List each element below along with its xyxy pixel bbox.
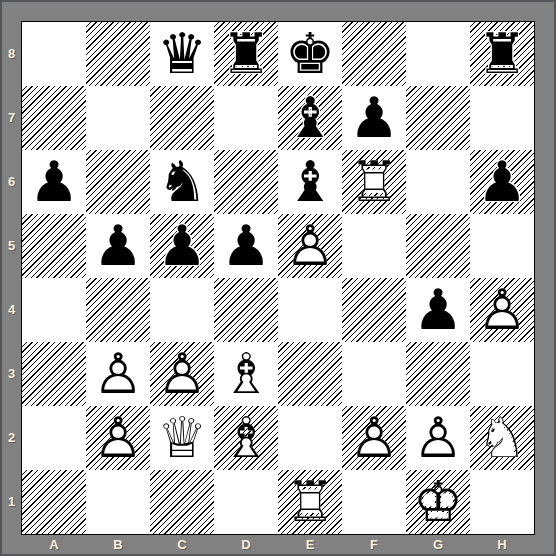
square-e1[interactable]: ♜♖	[278, 470, 342, 534]
square-b1[interactable]	[86, 470, 150, 534]
square-f6[interactable]: ♜♖	[342, 150, 406, 214]
piece-black-pawn-d5[interactable]: ♟	[214, 214, 278, 278]
piece-outline: ♙	[278, 214, 342, 278]
piece-white-bishop-d3[interactable]: ♝♗	[214, 342, 278, 406]
square-c6[interactable]: ♞	[150, 150, 214, 214]
square-c5[interactable]: ♟	[150, 214, 214, 278]
square-g8[interactable]	[406, 22, 470, 86]
square-h4[interactable]: ♟♙	[470, 278, 534, 342]
square-h1[interactable]	[470, 470, 534, 534]
square-e5[interactable]: ♟♙	[278, 214, 342, 278]
rank-label-5: 5	[2, 214, 21, 278]
piece-black-queen-c8[interactable]: ♛	[150, 22, 214, 86]
square-a1[interactable]	[22, 470, 86, 534]
chess-board-frame: ♛♜♚♜♝♟♟♞♝♜♖♟♟♟♟♟♙♟♟♙♟♙♟♙♝♗♟♙♛♕♝♗♟♙♟♙♞♘♜♖…	[0, 0, 556, 556]
square-f4[interactable]	[342, 278, 406, 342]
piece-white-bishop-d2[interactable]: ♝♗	[214, 406, 278, 470]
piece-black-pawn-f7[interactable]: ♟	[342, 86, 406, 150]
file-label-h: H	[470, 535, 534, 554]
piece-outline: ♙	[342, 406, 406, 470]
square-c3[interactable]: ♟♙	[150, 342, 214, 406]
piece-black-bishop-e6[interactable]: ♝	[278, 150, 342, 214]
square-b8[interactable]	[86, 22, 150, 86]
square-d6[interactable]	[214, 150, 278, 214]
piece-black-rook-d8[interactable]: ♜	[214, 22, 278, 86]
square-b2[interactable]: ♟♙	[86, 406, 150, 470]
square-e2[interactable]	[278, 406, 342, 470]
piece-outline: ♙	[470, 278, 534, 342]
rank-label-7: 7	[2, 86, 21, 150]
square-a5[interactable]	[22, 214, 86, 278]
square-f8[interactable]	[342, 22, 406, 86]
square-b5[interactable]: ♟	[86, 214, 150, 278]
square-e7[interactable]: ♝	[278, 86, 342, 150]
square-g5[interactable]	[406, 214, 470, 278]
file-label-c: C	[150, 535, 214, 554]
piece-outline: ♔	[406, 470, 470, 534]
piece-white-rook-e1[interactable]: ♜♖	[278, 470, 342, 534]
square-d8[interactable]: ♜	[214, 22, 278, 86]
piece-outline: ♙	[150, 342, 214, 406]
square-f2[interactable]: ♟♙	[342, 406, 406, 470]
square-f7[interactable]: ♟	[342, 86, 406, 150]
square-b4[interactable]	[86, 278, 150, 342]
square-h5[interactable]	[470, 214, 534, 278]
rank-label-1: 1	[2, 470, 21, 534]
square-d4[interactable]	[214, 278, 278, 342]
piece-black-pawn-h6[interactable]: ♟	[470, 150, 534, 214]
piece-white-rook-f6[interactable]: ♜♖	[342, 150, 406, 214]
piece-outline: ♗	[214, 342, 278, 406]
piece-black-pawn-a6[interactable]: ♟	[22, 150, 86, 214]
square-g4[interactable]: ♟	[406, 278, 470, 342]
square-b3[interactable]: ♟♙	[86, 342, 150, 406]
chess-board: ♛♜♚♜♝♟♟♞♝♜♖♟♟♟♟♟♙♟♟♙♟♙♟♙♝♗♟♙♛♕♝♗♟♙♟♙♞♘♜♖…	[21, 21, 535, 535]
square-b6[interactable]	[86, 150, 150, 214]
square-h8[interactable]: ♜	[470, 22, 534, 86]
piece-black-king-e8[interactable]: ♚	[278, 22, 342, 86]
piece-outline: ♕	[150, 406, 214, 470]
square-h3[interactable]	[470, 342, 534, 406]
piece-black-pawn-b5[interactable]: ♟	[86, 214, 150, 278]
file-label-f: F	[342, 535, 406, 554]
piece-white-pawn-c3[interactable]: ♟♙	[150, 342, 214, 406]
square-c1[interactable]	[150, 470, 214, 534]
square-g3[interactable]	[406, 342, 470, 406]
square-g6[interactable]	[406, 150, 470, 214]
file-label-e: E	[278, 535, 342, 554]
square-e4[interactable]	[278, 278, 342, 342]
square-f5[interactable]	[342, 214, 406, 278]
file-label-g: G	[406, 535, 470, 554]
piece-outline: ♙	[86, 406, 150, 470]
square-c4[interactable]	[150, 278, 214, 342]
piece-white-pawn-h4[interactable]: ♟♙	[470, 278, 534, 342]
square-a8[interactable]	[22, 22, 86, 86]
square-h6[interactable]: ♟	[470, 150, 534, 214]
piece-outline: ♖	[278, 470, 342, 534]
piece-black-pawn-g4[interactable]: ♟	[406, 278, 470, 342]
piece-outline: ♘	[470, 406, 534, 470]
square-e3[interactable]	[278, 342, 342, 406]
square-h2[interactable]: ♞♘	[470, 406, 534, 470]
square-a6[interactable]: ♟	[22, 150, 86, 214]
rank-label-2: 2	[2, 406, 21, 470]
piece-white-king-g1[interactable]: ♚♔	[406, 470, 470, 534]
square-h7[interactable]	[470, 86, 534, 150]
square-a7[interactable]	[22, 86, 86, 150]
piece-white-pawn-b2[interactable]: ♟♙	[86, 406, 150, 470]
square-d5[interactable]: ♟	[214, 214, 278, 278]
square-a4[interactable]	[22, 278, 86, 342]
piece-white-pawn-b3[interactable]: ♟♙	[86, 342, 150, 406]
rank-label-8: 8	[2, 22, 21, 86]
square-e8[interactable]: ♚	[278, 22, 342, 86]
piece-white-pawn-e5[interactable]: ♟♙	[278, 214, 342, 278]
square-b7[interactable]	[86, 86, 150, 150]
rank-label-3: 3	[2, 342, 21, 406]
square-d7[interactable]	[214, 86, 278, 150]
piece-outline: ♙	[406, 406, 470, 470]
piece-outline: ♙	[86, 342, 150, 406]
rank-label-6: 6	[2, 150, 21, 214]
piece-black-pawn-c5[interactable]: ♟	[150, 214, 214, 278]
square-f1[interactable]	[342, 470, 406, 534]
square-c2[interactable]: ♛♕	[150, 406, 214, 470]
square-g2[interactable]: ♟♙	[406, 406, 470, 470]
piece-outline: ♗	[214, 406, 278, 470]
square-g1[interactable]: ♚♔	[406, 470, 470, 534]
rank-label-4: 4	[2, 278, 21, 342]
file-label-b: B	[86, 535, 150, 554]
square-d1[interactable]	[214, 470, 278, 534]
square-a2[interactable]	[22, 406, 86, 470]
piece-outline: ♖	[342, 150, 406, 214]
piece-black-rook-h8[interactable]: ♜	[470, 22, 534, 86]
file-label-a: A	[22, 535, 86, 554]
square-c7[interactable]	[150, 86, 214, 150]
piece-white-pawn-g2[interactable]: ♟♙	[406, 406, 470, 470]
square-d2[interactable]: ♝♗	[214, 406, 278, 470]
square-e6[interactable]: ♝	[278, 150, 342, 214]
file-label-d: D	[214, 535, 278, 554]
square-a3[interactable]	[22, 342, 86, 406]
piece-white-knight-h2[interactable]: ♞♘	[470, 406, 534, 470]
piece-white-pawn-f2[interactable]: ♟♙	[342, 406, 406, 470]
square-g7[interactable]	[406, 86, 470, 150]
piece-black-knight-c6[interactable]: ♞	[150, 150, 214, 214]
square-c8[interactable]: ♛	[150, 22, 214, 86]
square-f3[interactable]	[342, 342, 406, 406]
piece-white-queen-c2[interactable]: ♛♕	[150, 406, 214, 470]
piece-black-bishop-e7[interactable]: ♝	[278, 86, 342, 150]
square-d3[interactable]: ♝♗	[214, 342, 278, 406]
